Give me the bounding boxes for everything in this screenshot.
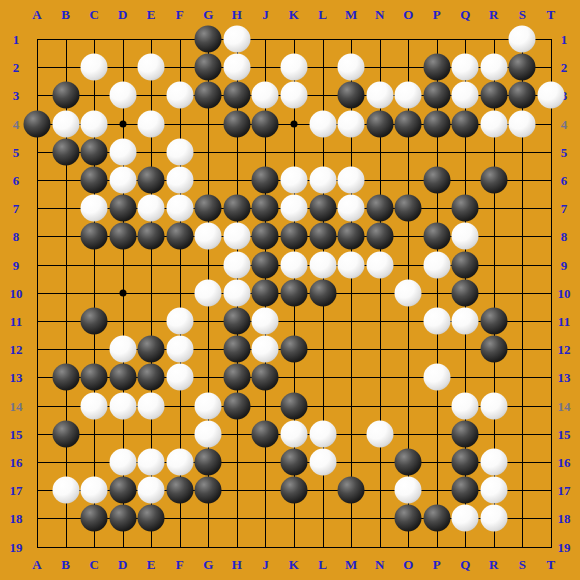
stone-white-R17 xyxy=(480,477,507,504)
stone-black-G2 xyxy=(195,54,222,81)
stone-black-M8 xyxy=(338,223,365,250)
stone-black-C11 xyxy=(81,308,108,335)
stone-white-H2 xyxy=(223,54,250,81)
col-label-top-T: T xyxy=(547,8,556,21)
stone-black-O16 xyxy=(395,449,422,476)
col-label-bottom-R: R xyxy=(489,558,498,571)
row-label-left-4: 4 xyxy=(13,117,20,130)
stone-black-L10 xyxy=(309,279,336,306)
stone-black-E6 xyxy=(138,167,165,194)
row-label-left-17: 17 xyxy=(10,484,23,497)
stone-white-M4 xyxy=(338,110,365,137)
col-label-bottom-D: D xyxy=(118,558,127,571)
row-label-left-7: 7 xyxy=(13,202,20,215)
stone-black-B5 xyxy=(52,138,79,165)
stone-white-F12 xyxy=(166,336,193,363)
row-label-left-5: 5 xyxy=(13,145,20,158)
row-label-left-3: 3 xyxy=(13,89,20,102)
stone-white-D3 xyxy=(109,82,136,109)
stone-white-H8 xyxy=(223,223,250,250)
row-label-right-18: 18 xyxy=(558,512,571,525)
stone-black-H4 xyxy=(223,110,250,137)
stone-black-K10 xyxy=(280,279,307,306)
row-label-right-1: 1 xyxy=(561,33,568,46)
grid-line-horizontal xyxy=(37,547,552,548)
col-label-bottom-F: F xyxy=(176,558,184,571)
stone-black-J8 xyxy=(252,223,279,250)
stone-white-R2 xyxy=(480,54,507,81)
row-label-right-14: 14 xyxy=(558,399,571,412)
row-label-left-14: 14 xyxy=(10,399,23,412)
stone-black-C6 xyxy=(81,167,108,194)
stone-white-N9 xyxy=(366,251,393,278)
stone-white-C4 xyxy=(81,110,108,137)
stone-white-G15 xyxy=(195,420,222,447)
stone-white-R18 xyxy=(480,505,507,532)
stone-white-K2 xyxy=(280,54,307,81)
stone-black-G17 xyxy=(195,477,222,504)
stone-white-Q18 xyxy=(452,505,479,532)
stone-white-H1 xyxy=(223,26,250,53)
stone-black-C13 xyxy=(81,364,108,391)
col-label-top-S: S xyxy=(519,8,526,21)
row-label-left-2: 2 xyxy=(13,61,20,74)
stone-black-P4 xyxy=(423,110,450,137)
stone-black-Q15 xyxy=(452,420,479,447)
stone-white-L15 xyxy=(309,420,336,447)
col-label-top-H: H xyxy=(232,8,242,21)
stone-white-N15 xyxy=(366,420,393,447)
stone-black-J13 xyxy=(252,364,279,391)
stone-black-N7 xyxy=(366,195,393,222)
row-label-right-10: 10 xyxy=(558,286,571,299)
stone-white-P9 xyxy=(423,251,450,278)
stone-black-H12 xyxy=(223,336,250,363)
stone-white-M9 xyxy=(338,251,365,278)
grid-line-vertical xyxy=(551,39,552,548)
row-label-right-5: 5 xyxy=(561,145,568,158)
stone-black-K14 xyxy=(280,392,307,419)
stone-black-G1 xyxy=(195,26,222,53)
stone-black-P8 xyxy=(423,223,450,250)
stone-white-F6 xyxy=(166,167,193,194)
stone-white-G14 xyxy=(195,392,222,419)
col-label-bottom-H: H xyxy=(232,558,242,571)
stone-black-H7 xyxy=(223,195,250,222)
stone-black-H13 xyxy=(223,364,250,391)
col-label-top-B: B xyxy=(61,8,70,21)
stone-white-J3 xyxy=(252,82,279,109)
stone-white-Q11 xyxy=(452,308,479,335)
row-label-right-11: 11 xyxy=(558,315,570,328)
stone-black-D18 xyxy=(109,505,136,532)
row-label-left-8: 8 xyxy=(13,230,20,243)
stone-black-B13 xyxy=(52,364,79,391)
col-label-bottom-G: G xyxy=(203,558,213,571)
col-label-bottom-M: M xyxy=(345,558,357,571)
col-label-top-A: A xyxy=(32,8,41,21)
stone-white-G8 xyxy=(195,223,222,250)
col-label-top-O: O xyxy=(403,8,413,21)
stone-white-P11 xyxy=(423,308,450,335)
stone-black-D17 xyxy=(109,477,136,504)
row-label-right-9: 9 xyxy=(561,258,568,271)
stone-white-D12 xyxy=(109,336,136,363)
stone-white-D16 xyxy=(109,449,136,476)
stone-black-F17 xyxy=(166,477,193,504)
row-label-left-13: 13 xyxy=(10,371,23,384)
stone-black-N4 xyxy=(366,110,393,137)
stone-white-R14 xyxy=(480,392,507,419)
col-label-bottom-Q: Q xyxy=(460,558,470,571)
stone-black-R3 xyxy=(480,82,507,109)
col-label-top-Q: Q xyxy=(460,8,470,21)
row-label-right-15: 15 xyxy=(558,427,571,440)
stone-white-F5 xyxy=(166,138,193,165)
stone-white-Q2 xyxy=(452,54,479,81)
stone-black-H11 xyxy=(223,308,250,335)
stone-black-J10 xyxy=(252,279,279,306)
col-label-bottom-E: E xyxy=(147,558,156,571)
row-label-right-4: 4 xyxy=(561,117,568,130)
go-board[interactable]: AABBCCDDEEFFGGHHJJKKLLMMNNOOPPQQRRSSTT11… xyxy=(0,0,580,580)
stone-black-G7 xyxy=(195,195,222,222)
col-label-top-F: F xyxy=(176,8,184,21)
row-label-left-12: 12 xyxy=(10,343,23,356)
stone-black-E18 xyxy=(138,505,165,532)
stone-white-C7 xyxy=(81,195,108,222)
stone-black-K8 xyxy=(280,223,307,250)
stone-black-M3 xyxy=(338,82,365,109)
stone-black-B3 xyxy=(52,82,79,109)
stone-white-Q8 xyxy=(452,223,479,250)
stone-black-D8 xyxy=(109,223,136,250)
stone-white-K15 xyxy=(280,420,307,447)
stone-white-Q14 xyxy=(452,392,479,419)
stone-white-E17 xyxy=(138,477,165,504)
stone-black-E12 xyxy=(138,336,165,363)
stone-white-C17 xyxy=(81,477,108,504)
col-label-top-K: K xyxy=(289,8,299,21)
stone-white-R4 xyxy=(480,110,507,137)
stone-black-P2 xyxy=(423,54,450,81)
stone-black-O18 xyxy=(395,505,422,532)
stone-white-N3 xyxy=(366,82,393,109)
stone-white-S4 xyxy=(509,110,536,137)
stone-white-J11 xyxy=(252,308,279,335)
stone-white-K9 xyxy=(280,251,307,278)
row-label-left-1: 1 xyxy=(13,33,20,46)
stone-white-J12 xyxy=(252,336,279,363)
row-label-right-16: 16 xyxy=(558,456,571,469)
stone-black-S2 xyxy=(509,54,536,81)
stone-white-H10 xyxy=(223,279,250,306)
stone-black-E13 xyxy=(138,364,165,391)
stone-white-D6 xyxy=(109,167,136,194)
stone-white-C14 xyxy=(81,392,108,419)
stone-black-J15 xyxy=(252,420,279,447)
stone-black-Q7 xyxy=(452,195,479,222)
stone-white-R16 xyxy=(480,449,507,476)
stone-white-F13 xyxy=(166,364,193,391)
stone-black-C5 xyxy=(81,138,108,165)
col-label-top-C: C xyxy=(89,8,98,21)
col-label-top-D: D xyxy=(118,8,127,21)
row-label-left-15: 15 xyxy=(10,427,23,440)
stone-white-L16 xyxy=(309,449,336,476)
row-label-right-12: 12 xyxy=(558,343,571,356)
stone-white-O10 xyxy=(395,279,422,306)
stone-white-F16 xyxy=(166,449,193,476)
stone-black-J4 xyxy=(252,110,279,137)
col-label-top-N: N xyxy=(375,8,384,21)
stone-black-S3 xyxy=(509,82,536,109)
col-label-bottom-P: P xyxy=(433,558,441,571)
col-label-top-L: L xyxy=(318,8,327,21)
row-label-left-11: 11 xyxy=(10,315,22,328)
col-label-bottom-J: J xyxy=(262,558,269,571)
stone-black-L8 xyxy=(309,223,336,250)
stone-black-O4 xyxy=(395,110,422,137)
stone-black-N8 xyxy=(366,223,393,250)
row-label-right-6: 6 xyxy=(561,174,568,187)
stone-white-S1 xyxy=(509,26,536,53)
stone-white-O3 xyxy=(395,82,422,109)
stone-black-D13 xyxy=(109,364,136,391)
row-label-left-16: 16 xyxy=(10,456,23,469)
stone-white-G10 xyxy=(195,279,222,306)
star-point-D10 xyxy=(119,289,126,296)
stone-white-F11 xyxy=(166,308,193,335)
stone-white-K6 xyxy=(280,167,307,194)
stone-white-P13 xyxy=(423,364,450,391)
stone-black-K17 xyxy=(280,477,307,504)
stone-white-F3 xyxy=(166,82,193,109)
col-label-top-R: R xyxy=(489,8,498,21)
stone-black-C8 xyxy=(81,223,108,250)
col-label-bottom-O: O xyxy=(403,558,413,571)
row-label-left-6: 6 xyxy=(13,174,20,187)
row-label-right-8: 8 xyxy=(561,230,568,243)
row-label-right-7: 7 xyxy=(561,202,568,215)
col-label-bottom-N: N xyxy=(375,558,384,571)
stone-black-Q17 xyxy=(452,477,479,504)
stone-white-K7 xyxy=(280,195,307,222)
col-label-bottom-C: C xyxy=(89,558,98,571)
stone-black-P18 xyxy=(423,505,450,532)
col-label-top-E: E xyxy=(147,8,156,21)
stone-white-L4 xyxy=(309,110,336,137)
stone-black-J6 xyxy=(252,167,279,194)
stone-white-M7 xyxy=(338,195,365,222)
stone-white-E14 xyxy=(138,392,165,419)
stone-black-K12 xyxy=(280,336,307,363)
stone-black-G16 xyxy=(195,449,222,476)
stone-white-E2 xyxy=(138,54,165,81)
stone-white-Q3 xyxy=(452,82,479,109)
stone-white-D5 xyxy=(109,138,136,165)
stone-black-R12 xyxy=(480,336,507,363)
star-point-K4 xyxy=(290,120,297,127)
row-label-right-19: 19 xyxy=(558,540,571,553)
col-label-bottom-A: A xyxy=(32,558,41,571)
col-label-bottom-S: S xyxy=(519,558,526,571)
stone-white-D14 xyxy=(109,392,136,419)
stone-white-T3 xyxy=(537,82,564,109)
col-label-top-J: J xyxy=(262,8,269,21)
stone-black-P3 xyxy=(423,82,450,109)
stone-black-Q10 xyxy=(452,279,479,306)
stone-white-O17 xyxy=(395,477,422,504)
stone-black-Q9 xyxy=(452,251,479,278)
stone-white-L6 xyxy=(309,167,336,194)
stone-black-G3 xyxy=(195,82,222,109)
col-label-bottom-B: B xyxy=(61,558,70,571)
col-label-bottom-K: K xyxy=(289,558,299,571)
row-label-left-9: 9 xyxy=(13,258,20,271)
col-label-bottom-L: L xyxy=(318,558,327,571)
stone-white-E4 xyxy=(138,110,165,137)
col-label-top-P: P xyxy=(433,8,441,21)
stone-black-H3 xyxy=(223,82,250,109)
stone-black-Q16 xyxy=(452,449,479,476)
stone-white-C2 xyxy=(81,54,108,81)
stone-white-M2 xyxy=(338,54,365,81)
row-label-left-18: 18 xyxy=(10,512,23,525)
stone-white-B4 xyxy=(52,110,79,137)
stone-black-B15 xyxy=(52,420,79,447)
stone-black-H14 xyxy=(223,392,250,419)
row-label-left-10: 10 xyxy=(10,286,23,299)
stone-white-B17 xyxy=(52,477,79,504)
stone-black-A4 xyxy=(24,110,51,137)
col-label-top-M: M xyxy=(345,8,357,21)
stone-black-J7 xyxy=(252,195,279,222)
stone-black-L7 xyxy=(309,195,336,222)
stone-white-L9 xyxy=(309,251,336,278)
col-label-bottom-T: T xyxy=(547,558,556,571)
row-label-right-2: 2 xyxy=(561,61,568,74)
stone-white-M6 xyxy=(338,167,365,194)
stone-black-P6 xyxy=(423,167,450,194)
stone-white-E16 xyxy=(138,449,165,476)
stone-black-E8 xyxy=(138,223,165,250)
stone-black-R11 xyxy=(480,308,507,335)
stone-white-F7 xyxy=(166,195,193,222)
stone-black-M17 xyxy=(338,477,365,504)
stone-black-C18 xyxy=(81,505,108,532)
stone-white-K3 xyxy=(280,82,307,109)
row-label-right-17: 17 xyxy=(558,484,571,497)
stone-white-H9 xyxy=(223,251,250,278)
stone-black-J9 xyxy=(252,251,279,278)
col-label-top-G: G xyxy=(203,8,213,21)
stone-black-D7 xyxy=(109,195,136,222)
stone-black-Q4 xyxy=(452,110,479,137)
star-point-D4 xyxy=(119,120,126,127)
stone-white-E7 xyxy=(138,195,165,222)
row-label-right-13: 13 xyxy=(558,371,571,384)
stone-black-R6 xyxy=(480,167,507,194)
stone-black-F8 xyxy=(166,223,193,250)
stone-black-K16 xyxy=(280,449,307,476)
stone-black-O7 xyxy=(395,195,422,222)
row-label-left-19: 19 xyxy=(10,540,23,553)
